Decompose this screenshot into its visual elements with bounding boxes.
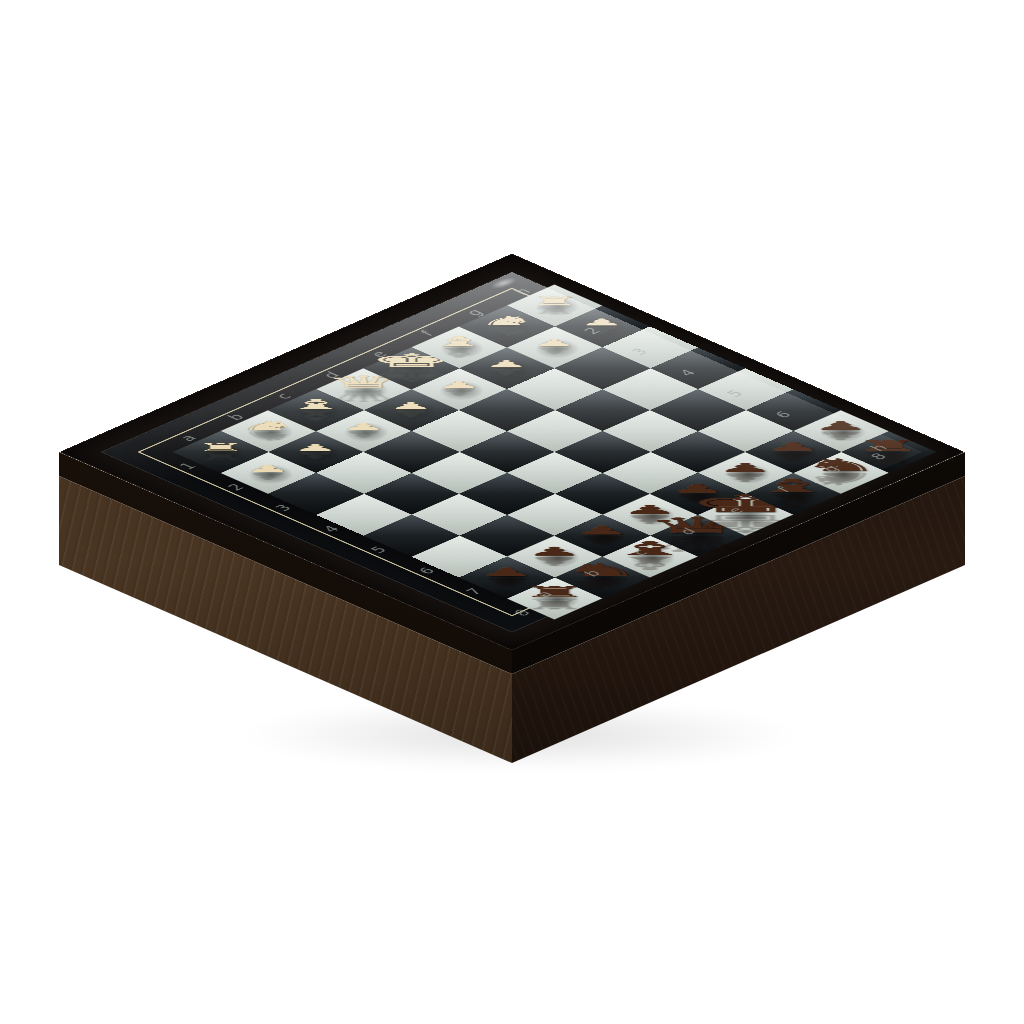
product-photo-stage: abcdefgh abcdefgh 12345678 12345678 ♜♜♞♞… [0, 0, 1024, 1024]
piece-reflection: ♚ [615, 511, 875, 536]
